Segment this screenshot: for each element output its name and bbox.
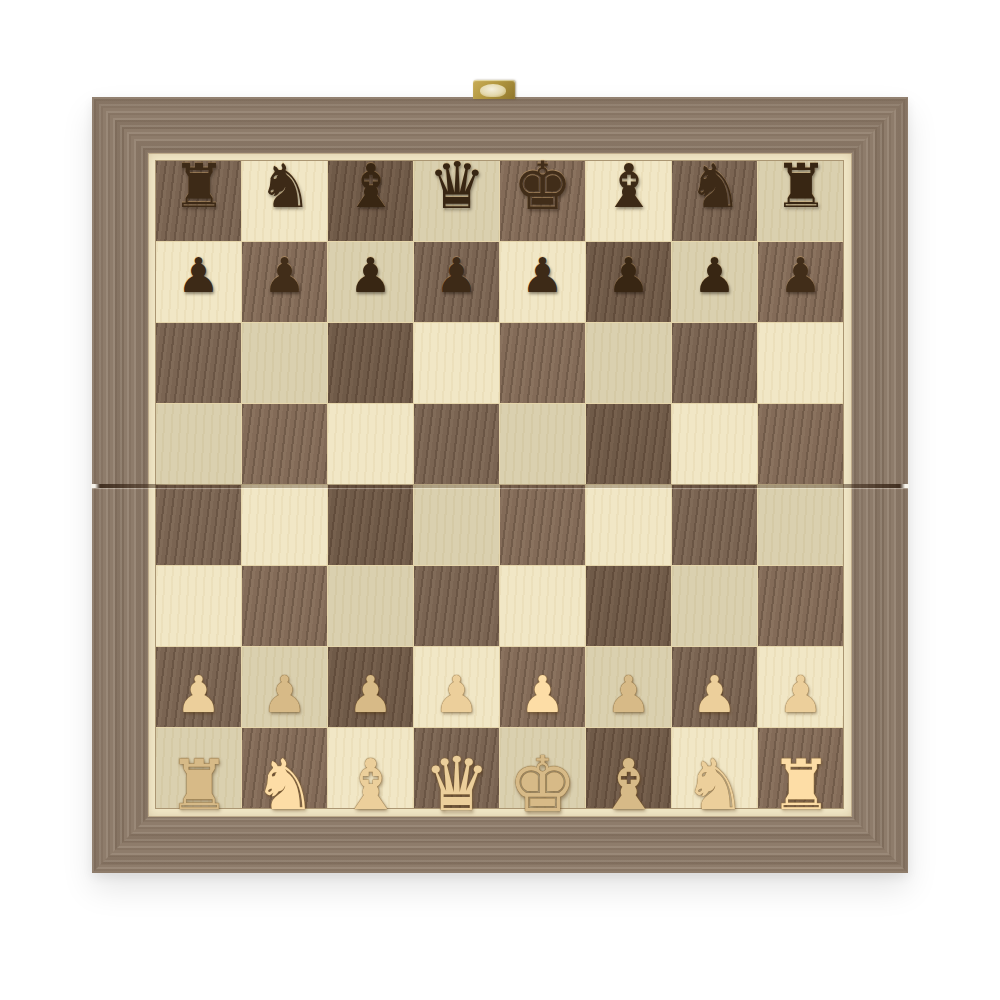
square-b8[interactable]: ♞ — [242, 161, 327, 241]
square-e6[interactable] — [500, 323, 585, 403]
hinge-seam — [91, 484, 909, 488]
black-knight-b8[interactable]: ♞ — [242, 161, 327, 241]
white-knight-b1[interactable]: ♞ — [242, 728, 327, 808]
square-g7[interactable]: ♟ — [672, 242, 757, 322]
pawn-icon: ♟ — [693, 251, 736, 299]
square-b2[interactable]: ♟ — [242, 647, 327, 727]
square-e2[interactable]: ♟ — [500, 647, 585, 727]
pawn-icon: ♟ — [349, 251, 392, 299]
square-g8[interactable]: ♞ — [672, 161, 757, 241]
bishop-icon: ♝ — [597, 750, 659, 820]
white-pawn-f2[interactable]: ♟ — [586, 647, 671, 727]
square-c8[interactable]: ♝ — [328, 161, 413, 241]
white-pawn-d2[interactable]: ♟ — [414, 647, 499, 727]
black-pawn-f7[interactable]: ♟ — [586, 242, 671, 322]
pawn-icon: ♟ — [177, 251, 220, 299]
white-queen-d1[interactable]: ♛ — [414, 728, 499, 808]
square-d1[interactable]: ♛ — [414, 728, 499, 808]
rook-icon: ♜ — [171, 156, 225, 216]
black-pawn-d7[interactable]: ♟ — [414, 242, 499, 322]
square-c4[interactable] — [328, 485, 413, 565]
white-pawn-a2[interactable]: ♟ — [156, 647, 241, 727]
square-a6[interactable] — [156, 323, 241, 403]
black-pawn-h7[interactable]: ♟ — [758, 242, 843, 322]
clasp-keeper — [480, 84, 506, 97]
black-bishop-c8[interactable]: ♝ — [328, 161, 413, 241]
black-pawn-e7[interactable]: ♟ — [500, 242, 585, 322]
black-rook-h8[interactable]: ♜ — [758, 161, 843, 241]
knight-icon: ♞ — [253, 750, 315, 820]
square-e3[interactable] — [500, 566, 585, 646]
square-f6[interactable] — [586, 323, 671, 403]
square-c2[interactable]: ♟ — [328, 647, 413, 727]
pawn-icon: ♟ — [521, 251, 564, 299]
square-g5[interactable] — [672, 404, 757, 484]
chess-box: ♜♞♝♛♚♝♞♜♟♟♟♟♟♟♟♟♟♟♟♟♟♟♟♟♜♞♝♛♚♝♞♜ — [92, 97, 908, 873]
square-e8[interactable]: ♚ — [500, 161, 585, 241]
square-g6[interactable] — [672, 323, 757, 403]
pawn-icon: ♟ — [434, 669, 480, 720]
king-icon: ♚ — [513, 153, 573, 220]
square-h6[interactable] — [758, 323, 843, 403]
square-h2[interactable]: ♟ — [758, 647, 843, 727]
white-rook-a1[interactable]: ♜ — [156, 728, 241, 808]
rook-icon: ♜ — [167, 750, 229, 820]
square-a4[interactable] — [156, 485, 241, 565]
square-c6[interactable] — [328, 323, 413, 403]
white-pawn-c2[interactable]: ♟ — [328, 647, 413, 727]
pawn-icon: ♟ — [348, 669, 394, 720]
square-d4[interactable] — [414, 485, 499, 565]
black-pawn-b7[interactable]: ♟ — [242, 242, 327, 322]
square-f8[interactable]: ♝ — [586, 161, 671, 241]
white-knight-g1[interactable]: ♞ — [672, 728, 757, 808]
square-h7[interactable]: ♟ — [758, 242, 843, 322]
square-d3[interactable] — [414, 566, 499, 646]
square-d6[interactable] — [414, 323, 499, 403]
white-pawn-h2[interactable]: ♟ — [758, 647, 843, 727]
square-c5[interactable] — [328, 404, 413, 484]
square-a8[interactable]: ♜ — [156, 161, 241, 241]
square-b4[interactable] — [242, 485, 327, 565]
black-pawn-g7[interactable]: ♟ — [672, 242, 757, 322]
brass-clasp-icon[interactable] — [473, 80, 515, 99]
square-f3[interactable] — [586, 566, 671, 646]
square-f1[interactable]: ♝ — [586, 728, 671, 808]
bishop-icon: ♝ — [343, 156, 397, 216]
white-bishop-f1[interactable]: ♝ — [586, 728, 671, 808]
square-e7[interactable]: ♟ — [500, 242, 585, 322]
pawn-icon: ♟ — [779, 251, 822, 299]
square-h5[interactable] — [758, 404, 843, 484]
square-e5[interactable] — [500, 404, 585, 484]
square-b7[interactable]: ♟ — [242, 242, 327, 322]
king-icon: ♚ — [508, 747, 577, 824]
square-d7[interactable]: ♟ — [414, 242, 499, 322]
white-pawn-b2[interactable]: ♟ — [242, 647, 327, 727]
pawn-icon: ♟ — [778, 669, 824, 720]
black-pawn-c7[interactable]: ♟ — [328, 242, 413, 322]
black-queen-d8[interactable]: ♛ — [414, 161, 499, 241]
white-pawn-e2[interactable]: ♟ — [500, 647, 585, 727]
queen-icon: ♛ — [428, 154, 486, 218]
pawn-icon: ♟ — [435, 251, 478, 299]
square-h8[interactable]: ♜ — [758, 161, 843, 241]
black-knight-g8[interactable]: ♞ — [672, 161, 757, 241]
square-d8[interactable]: ♛ — [414, 161, 499, 241]
black-bishop-f8[interactable]: ♝ — [586, 161, 671, 241]
square-f5[interactable] — [586, 404, 671, 484]
square-f7[interactable]: ♟ — [586, 242, 671, 322]
pawn-icon: ♟ — [606, 669, 652, 720]
pawn-icon: ♟ — [607, 251, 650, 299]
black-rook-a8[interactable]: ♜ — [156, 161, 241, 241]
queen-icon: ♛ — [423, 748, 490, 822]
rook-icon: ♜ — [769, 750, 831, 820]
square-a1[interactable]: ♜ — [156, 728, 241, 808]
bishop-icon: ♝ — [601, 156, 655, 216]
square-c7[interactable]: ♟ — [328, 242, 413, 322]
square-g1[interactable]: ♞ — [672, 728, 757, 808]
square-d2[interactable]: ♟ — [414, 647, 499, 727]
square-b1[interactable]: ♞ — [242, 728, 327, 808]
pawn-icon: ♟ — [263, 251, 306, 299]
white-pawn-g2[interactable]: ♟ — [672, 647, 757, 727]
square-e4[interactable] — [500, 485, 585, 565]
square-e1[interactable]: ♚ — [500, 728, 585, 808]
square-f2[interactable]: ♟ — [586, 647, 671, 727]
rook-icon: ♜ — [773, 156, 827, 216]
square-a5[interactable] — [156, 404, 241, 484]
bishop-icon: ♝ — [339, 750, 401, 820]
square-a2[interactable]: ♟ — [156, 647, 241, 727]
square-h4[interactable] — [758, 485, 843, 565]
white-rook-h1[interactable]: ♜ — [758, 728, 843, 808]
square-g3[interactable] — [672, 566, 757, 646]
knight-icon: ♞ — [683, 750, 745, 820]
black-pawn-a7[interactable]: ♟ — [156, 242, 241, 322]
square-h1[interactable]: ♜ — [758, 728, 843, 808]
pawn-icon: ♟ — [262, 669, 308, 720]
pawn-icon: ♟ — [176, 669, 222, 720]
black-king-e8[interactable]: ♚ — [500, 161, 585, 241]
square-g4[interactable] — [672, 485, 757, 565]
knight-icon: ♞ — [257, 156, 311, 216]
square-b6[interactable] — [242, 323, 327, 403]
square-h3[interactable] — [758, 566, 843, 646]
square-a7[interactable]: ♟ — [156, 242, 241, 322]
pawn-icon: ♟ — [692, 669, 738, 720]
square-b3[interactable] — [242, 566, 327, 646]
square-f4[interactable] — [586, 485, 671, 565]
square-b5[interactable] — [242, 404, 327, 484]
square-g2[interactable]: ♟ — [672, 647, 757, 727]
white-king-e1[interactable]: ♚ — [500, 728, 585, 808]
white-bishop-c1[interactable]: ♝ — [328, 728, 413, 808]
square-c1[interactable]: ♝ — [328, 728, 413, 808]
square-c3[interactable] — [328, 566, 413, 646]
knight-icon: ♞ — [687, 156, 741, 216]
pawn-icon: ♟ — [520, 669, 566, 720]
square-d5[interactable] — [414, 404, 499, 484]
square-a3[interactable] — [156, 566, 241, 646]
